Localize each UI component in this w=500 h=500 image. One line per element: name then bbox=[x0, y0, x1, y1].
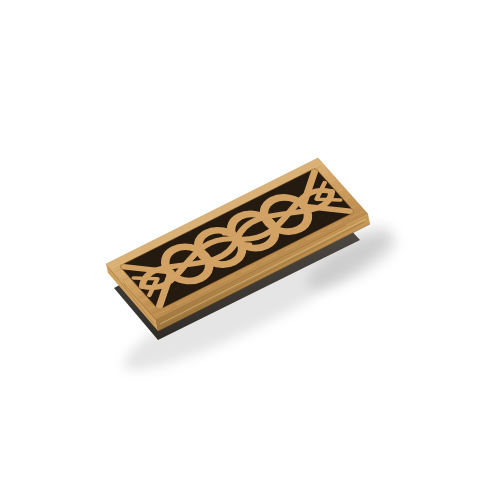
product-photo bbox=[0, 0, 500, 500]
floor-register-illustration bbox=[0, 0, 500, 500]
